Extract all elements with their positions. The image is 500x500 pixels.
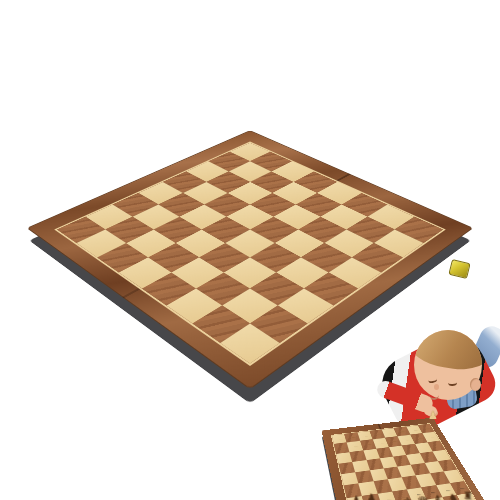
mini-chess-board-frame: ♜♞♝♚♛♝♞♜♟♟♟♟♟♟♟♟♟♟♟♟♟♟♟♟♜♞♝♚♛♝♞♜: [322, 418, 492, 500]
brass-clasp: [448, 259, 470, 279]
square-c5: [199, 243, 250, 272]
product-photo: ♜♟♟♜♞♟♟♞♝♟♟♝♚♟♟♚♛♟♟♛♝♟♟♝♞♟♟♞♜♟♟♜ ♜♞♝♚♛♝♞…: [0, 0, 500, 500]
child-hair: [414, 330, 482, 373]
mini-square-a8: ♜: [456, 493, 478, 500]
child-nose: [434, 384, 439, 390]
grabbed-white-piece: ♟: [428, 410, 438, 421]
child-ear: [470, 378, 481, 391]
mini-square-d2: [355, 470, 373, 483]
mini-chess-board: ♜♞♝♚♛♝♞♜♟♟♟♟♟♟♟♟♟♟♟♟♟♟♟♟♜♞♝♚♛♝♞♜: [331, 423, 480, 500]
mini-square-e5: [393, 455, 411, 467]
inset-photo-child-playing: ♜♞♝♚♛♝♞♜♟♟♟♟♟♟♟♟♟♟♟♟♟♟♟♟♜♞♝♚♛♝♞♜ ♟: [328, 292, 500, 500]
square-c3: [154, 217, 202, 243]
